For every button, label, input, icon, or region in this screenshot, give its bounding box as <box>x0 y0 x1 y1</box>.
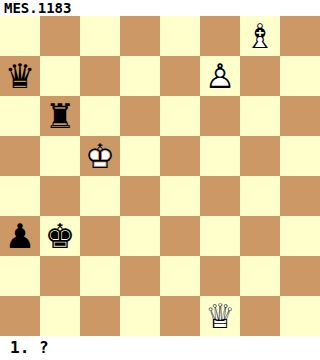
square-d8[interactable] <box>120 16 160 56</box>
move-prompt: 1. ? <box>10 338 49 358</box>
square-b7[interactable] <box>40 56 80 96</box>
square-c7[interactable] <box>80 56 120 96</box>
piece-white-queen[interactable]: ♕ <box>200 296 240 336</box>
square-e8[interactable] <box>160 16 200 56</box>
square-a7[interactable]: ♛ <box>0 56 40 96</box>
square-d1[interactable] <box>120 296 160 336</box>
puzzle-title: MES.1183 <box>4 0 71 16</box>
square-a5[interactable] <box>0 136 40 176</box>
square-d6[interactable] <box>120 96 160 136</box>
square-b2[interactable] <box>40 256 80 296</box>
square-c6[interactable] <box>80 96 120 136</box>
square-g1[interactable] <box>240 296 280 336</box>
square-f7[interactable]: ♟♙ <box>200 56 240 96</box>
square-h3[interactable] <box>280 216 320 256</box>
square-f5[interactable] <box>200 136 240 176</box>
square-h5[interactable] <box>280 136 320 176</box>
square-e1[interactable] <box>160 296 200 336</box>
piece-black-rook[interactable]: ♜ <box>40 96 80 136</box>
square-f3[interactable] <box>200 216 240 256</box>
square-g6[interactable] <box>240 96 280 136</box>
square-d7[interactable] <box>120 56 160 96</box>
square-b5[interactable] <box>40 136 80 176</box>
square-h1[interactable] <box>280 296 320 336</box>
square-f1[interactable]: ♛♕ <box>200 296 240 336</box>
square-b6[interactable]: ♜ <box>40 96 80 136</box>
square-c4[interactable] <box>80 176 120 216</box>
square-a6[interactable] <box>0 96 40 136</box>
square-d4[interactable] <box>120 176 160 216</box>
square-g5[interactable] <box>240 136 280 176</box>
piece-black-king[interactable]: ♚ <box>40 216 80 256</box>
square-d2[interactable] <box>120 256 160 296</box>
chess-board: ♝♗♛♟♙♜♚♔♟♚♛♕ <box>0 16 320 336</box>
square-b3[interactable]: ♚ <box>40 216 80 256</box>
square-f8[interactable] <box>200 16 240 56</box>
piece-black-queen[interactable]: ♛ <box>0 56 40 96</box>
square-g7[interactable] <box>240 56 280 96</box>
square-e2[interactable] <box>160 256 200 296</box>
square-b8[interactable] <box>40 16 80 56</box>
square-a3[interactable]: ♟ <box>0 216 40 256</box>
square-h2[interactable] <box>280 256 320 296</box>
square-h4[interactable] <box>280 176 320 216</box>
square-h8[interactable] <box>280 16 320 56</box>
square-a1[interactable] <box>0 296 40 336</box>
square-c5[interactable]: ♚♔ <box>80 136 120 176</box>
square-d5[interactable] <box>120 136 160 176</box>
piece-white-king[interactable]: ♔ <box>80 136 120 176</box>
square-h6[interactable] <box>280 96 320 136</box>
square-g8[interactable]: ♝♗ <box>240 16 280 56</box>
square-f4[interactable] <box>200 176 240 216</box>
square-g2[interactable] <box>240 256 280 296</box>
square-e4[interactable] <box>160 176 200 216</box>
square-g4[interactable] <box>240 176 280 216</box>
square-c2[interactable] <box>80 256 120 296</box>
square-a4[interactable] <box>0 176 40 216</box>
square-e7[interactable] <box>160 56 200 96</box>
square-d3[interactable] <box>120 216 160 256</box>
square-e3[interactable] <box>160 216 200 256</box>
square-c1[interactable] <box>80 296 120 336</box>
square-c8[interactable] <box>80 16 120 56</box>
square-a2[interactable] <box>0 256 40 296</box>
square-b4[interactable] <box>40 176 80 216</box>
square-g3[interactable] <box>240 216 280 256</box>
square-e5[interactable] <box>160 136 200 176</box>
piece-white-bishop[interactable]: ♗ <box>240 16 280 56</box>
square-e6[interactable] <box>160 96 200 136</box>
square-h7[interactable] <box>280 56 320 96</box>
square-f6[interactable] <box>200 96 240 136</box>
square-f2[interactable] <box>200 256 240 296</box>
square-c3[interactable] <box>80 216 120 256</box>
square-a8[interactable] <box>0 16 40 56</box>
piece-white-pawn[interactable]: ♙ <box>200 56 240 96</box>
piece-black-pawn[interactable]: ♟ <box>0 216 40 256</box>
square-b1[interactable] <box>40 296 80 336</box>
